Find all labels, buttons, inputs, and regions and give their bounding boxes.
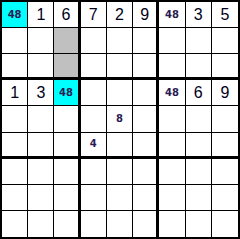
cell-r2c7[interactable] <box>159 28 185 54</box>
cell-r7c1[interactable] <box>2 159 28 185</box>
candidate-digits: 48 <box>8 10 22 20</box>
solved-digit: 6 <box>194 85 203 101</box>
cell-r5c7[interactable] <box>159 106 185 132</box>
solved-digit: 9 <box>140 7 149 23</box>
candidate-digits: 48 <box>165 88 179 98</box>
cell-r3c6[interactable] <box>133 54 159 80</box>
cell-r4c7[interactable]: 48 <box>159 80 185 106</box>
solved-digit: 3 <box>194 7 203 23</box>
cell-r1c8[interactable]: 3 <box>186 2 212 28</box>
solved-digit: 1 <box>10 85 19 101</box>
cell-r1c2[interactable]: 1 <box>28 2 54 28</box>
cell-r2c4[interactable] <box>81 28 107 54</box>
cell-r5c2[interactable] <box>28 106 54 132</box>
cell-r7c3[interactable] <box>54 159 80 185</box>
cell-r3c8[interactable] <box>186 54 212 80</box>
cell-r2c6[interactable] <box>133 28 159 54</box>
candidate-digits: 4 <box>90 139 97 149</box>
solved-digit: 3 <box>36 85 45 101</box>
cell-r6c6[interactable] <box>133 133 159 159</box>
cell-r3c9[interactable] <box>212 54 238 80</box>
cell-r3c7[interactable] <box>159 54 185 80</box>
cell-r5c6[interactable] <box>133 106 159 132</box>
cell-r4c8[interactable]: 6 <box>186 80 212 106</box>
cell-r4c1[interactable]: 1 <box>2 80 28 106</box>
cell-r2c8[interactable] <box>186 28 212 54</box>
cell-r4c6[interactable] <box>133 80 159 106</box>
cell-r6c7[interactable] <box>159 133 185 159</box>
solved-digit: 2 <box>115 7 124 23</box>
cell-r5c3[interactable] <box>54 106 80 132</box>
cell-r7c2[interactable] <box>28 159 54 185</box>
cell-r5c1[interactable] <box>2 106 28 132</box>
cell-r3c1[interactable] <box>2 54 28 80</box>
cell-r7c8[interactable] <box>186 159 212 185</box>
cell-r2c2[interactable] <box>28 28 54 54</box>
cell-r6c2[interactable] <box>28 133 54 159</box>
cell-r1c9[interactable]: 5 <box>212 2 238 28</box>
candidate-digits: 48 <box>165 10 179 20</box>
cell-r9c6[interactable] <box>133 211 159 237</box>
cell-r6c8[interactable] <box>186 133 212 159</box>
cell-r6c5[interactable] <box>107 133 133 159</box>
solved-digit: 1 <box>36 7 45 23</box>
cell-r8c7[interactable] <box>159 185 185 211</box>
cell-r9c4[interactable] <box>81 211 107 237</box>
cell-r7c7[interactable] <box>159 159 185 185</box>
solved-digit: 6 <box>62 7 71 23</box>
cell-r8c9[interactable] <box>212 185 238 211</box>
cell-r9c7[interactable] <box>159 211 185 237</box>
cell-r5c5[interactable]: 8 <box>107 106 133 132</box>
cell-r4c5[interactable] <box>107 80 133 106</box>
cell-r7c9[interactable] <box>212 159 238 185</box>
cell-r5c4[interactable] <box>81 106 107 132</box>
cell-r9c3[interactable] <box>54 211 80 237</box>
cell-r6c1[interactable] <box>2 133 28 159</box>
cell-r1c5[interactable]: 2 <box>107 2 133 28</box>
cell-r3c5[interactable] <box>107 54 133 80</box>
cell-r9c9[interactable] <box>212 211 238 237</box>
cell-r6c3[interactable] <box>54 133 80 159</box>
cell-r8c8[interactable] <box>186 185 212 211</box>
cell-r4c9[interactable]: 9 <box>212 80 238 106</box>
cell-r5c8[interactable] <box>186 106 212 132</box>
cell-r2c9[interactable] <box>212 28 238 54</box>
cell-r8c3[interactable] <box>54 185 80 211</box>
cell-r3c3[interactable] <box>54 54 80 80</box>
candidate-digits: 48 <box>59 88 73 98</box>
cell-r1c3[interactable]: 6 <box>54 2 80 28</box>
cell-r9c5[interactable] <box>107 211 133 237</box>
cell-r1c6[interactable]: 9 <box>133 2 159 28</box>
cell-r4c3[interactable]: 48 <box>54 80 80 106</box>
cell-r3c4[interactable] <box>81 54 107 80</box>
cell-r8c2[interactable] <box>28 185 54 211</box>
cell-r8c1[interactable] <box>2 185 28 211</box>
cell-r8c4[interactable] <box>81 185 107 211</box>
cell-r7c5[interactable] <box>107 159 133 185</box>
cell-r9c2[interactable] <box>28 211 54 237</box>
cell-r8c5[interactable] <box>107 185 133 211</box>
cell-r7c4[interactable] <box>81 159 107 185</box>
solved-digit: 7 <box>89 7 98 23</box>
cell-r6c4[interactable]: 4 <box>81 133 107 159</box>
cell-r1c1[interactable]: 48 <box>2 2 28 28</box>
cell-r2c5[interactable] <box>107 28 133 54</box>
cell-r4c2[interactable]: 3 <box>28 80 54 106</box>
cell-r8c6[interactable] <box>133 185 159 211</box>
cell-r6c9[interactable] <box>212 133 238 159</box>
cell-r9c1[interactable] <box>2 211 28 237</box>
solved-digit: 9 <box>220 85 229 101</box>
cell-r3c2[interactable] <box>28 54 54 80</box>
cell-r9c8[interactable] <box>186 211 212 237</box>
cell-r2c3[interactable] <box>54 28 80 54</box>
cell-r4c4[interactable] <box>81 80 107 106</box>
solved-digit: 5 <box>220 7 229 23</box>
cell-r5c9[interactable] <box>212 106 238 132</box>
cell-r1c7[interactable]: 48 <box>159 2 185 28</box>
cell-r7c6[interactable] <box>133 159 159 185</box>
sudoku-board: 481672948351348486984 <box>0 0 240 239</box>
cell-r1c4[interactable]: 7 <box>81 2 107 28</box>
candidate-digits: 8 <box>116 114 123 124</box>
cell-r2c1[interactable] <box>2 28 28 54</box>
